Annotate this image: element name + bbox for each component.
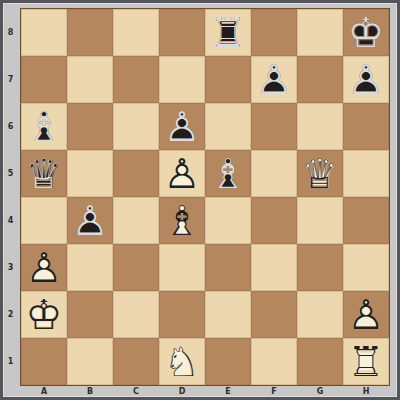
square-d6[interactable]: ♟♙ xyxy=(159,103,205,150)
square-b5[interactable] xyxy=(67,150,113,197)
square-d5[interactable]: ♟♙ xyxy=(159,150,205,197)
white-bishop[interactable]: ♝♗ xyxy=(159,197,205,244)
square-g3[interactable] xyxy=(297,244,343,291)
square-h2[interactable]: ♟♙ xyxy=(343,291,389,338)
square-b3[interactable] xyxy=(67,244,113,291)
rank-label-5: 5 xyxy=(2,150,19,197)
file-label-h: H xyxy=(343,386,389,397)
piece-outline: ♖ xyxy=(343,338,389,385)
square-h5[interactable] xyxy=(343,150,389,197)
rank-label-3: 3 xyxy=(2,244,19,291)
square-f3[interactable] xyxy=(251,244,297,291)
square-c3[interactable] xyxy=(113,244,159,291)
square-e4[interactable] xyxy=(205,197,251,244)
file-label-b: B xyxy=(67,386,113,397)
piece-outline: ♙ xyxy=(251,56,297,103)
square-g7[interactable] xyxy=(297,56,343,103)
square-f2[interactable] xyxy=(251,291,297,338)
square-d4[interactable]: ♝♗ xyxy=(159,197,205,244)
white-knight[interactable]: ♞♘ xyxy=(159,338,205,385)
white-king[interactable]: ♚♔ xyxy=(21,291,67,338)
piece-outline: ♖ xyxy=(205,9,251,56)
piece-outline: ♔ xyxy=(21,291,67,338)
square-a3[interactable]: ♟♙ xyxy=(21,244,67,291)
piece-outline: ♙ xyxy=(159,103,205,150)
file-labels: ABCDEFGH xyxy=(21,386,389,397)
white-pawn[interactable]: ♟♙ xyxy=(21,244,67,291)
file-label-a: A xyxy=(21,386,67,397)
file-label-e: E xyxy=(205,386,251,397)
white-pawn[interactable]: ♟♙ xyxy=(159,150,205,197)
file-label-d: D xyxy=(159,386,205,397)
piece-outline: ♗ xyxy=(205,150,251,197)
square-f1[interactable] xyxy=(251,338,297,385)
square-h7[interactable]: ♟♙ xyxy=(343,56,389,103)
square-f4[interactable] xyxy=(251,197,297,244)
square-a4[interactable] xyxy=(21,197,67,244)
square-g6[interactable] xyxy=(297,103,343,150)
square-e2[interactable] xyxy=(205,291,251,338)
rank-label-4: 4 xyxy=(2,197,19,244)
square-g5[interactable]: ♛♕ xyxy=(297,150,343,197)
black-queen[interactable]: ♛♕ xyxy=(21,150,67,197)
square-c4[interactable] xyxy=(113,197,159,244)
piece-outline: ♙ xyxy=(343,291,389,338)
square-b1[interactable] xyxy=(67,338,113,385)
file-label-f: F xyxy=(251,386,297,397)
square-a1[interactable] xyxy=(21,338,67,385)
file-label-c: C xyxy=(113,386,159,397)
square-d7[interactable] xyxy=(159,56,205,103)
square-d8[interactable] xyxy=(159,9,205,56)
piece-outline: ♙ xyxy=(21,244,67,291)
square-e6[interactable] xyxy=(205,103,251,150)
rank-label-8: 8 xyxy=(2,9,19,56)
square-f8[interactable] xyxy=(251,9,297,56)
white-queen[interactable]: ♛♕ xyxy=(297,150,343,197)
piece-outline: ♕ xyxy=(297,150,343,197)
chess-board-screenshot: 87654321 ♜♖♚♔♟♙♟♙♝♗♟♙♛♕♟♙♝♗♛♕♟♙♝♗♟♙♚♔♟♙♞… xyxy=(0,0,400,400)
square-e8[interactable]: ♜♖ xyxy=(205,9,251,56)
square-a5[interactable]: ♛♕ xyxy=(21,150,67,197)
square-h4[interactable] xyxy=(343,197,389,244)
square-a8[interactable] xyxy=(21,9,67,56)
square-e3[interactable] xyxy=(205,244,251,291)
square-c1[interactable] xyxy=(113,338,159,385)
square-f7[interactable]: ♟♙ xyxy=(251,56,297,103)
square-b2[interactable] xyxy=(67,291,113,338)
square-g8[interactable] xyxy=(297,9,343,56)
square-h8[interactable]: ♚♔ xyxy=(343,9,389,56)
piece-outline: ♕ xyxy=(21,150,67,197)
piece-outline: ♗ xyxy=(21,103,67,150)
black-pawn[interactable]: ♟♙ xyxy=(67,197,113,244)
black-bishop[interactable]: ♝♗ xyxy=(21,103,67,150)
board: ♜♖♚♔♟♙♟♙♝♗♟♙♛♕♟♙♝♗♛♕♟♙♝♗♟♙♚♔♟♙♞♘♜♖ xyxy=(20,8,390,386)
square-b7[interactable] xyxy=(67,56,113,103)
black-rook[interactable]: ♜♖ xyxy=(205,9,251,56)
rank-label-7: 7 xyxy=(2,56,19,103)
black-bishop[interactable]: ♝♗ xyxy=(205,150,251,197)
square-g1[interactable] xyxy=(297,338,343,385)
square-c8[interactable] xyxy=(113,9,159,56)
square-b8[interactable] xyxy=(67,9,113,56)
square-a6[interactable]: ♝♗ xyxy=(21,103,67,150)
square-b4[interactable]: ♟♙ xyxy=(67,197,113,244)
square-e1[interactable] xyxy=(205,338,251,385)
piece-outline: ♘ xyxy=(159,338,205,385)
piece-outline: ♙ xyxy=(343,56,389,103)
rank-label-1: 1 xyxy=(2,338,19,385)
piece-outline: ♗ xyxy=(159,197,205,244)
black-pawn[interactable]: ♟♙ xyxy=(159,103,205,150)
black-king[interactable]: ♚♔ xyxy=(343,9,389,56)
square-a7[interactable] xyxy=(21,56,67,103)
square-d2[interactable] xyxy=(159,291,205,338)
rank-labels: 87654321 xyxy=(2,9,19,385)
piece-outline: ♔ xyxy=(343,9,389,56)
square-g2[interactable] xyxy=(297,291,343,338)
rank-label-2: 2 xyxy=(2,291,19,338)
square-e5[interactable]: ♝♗ xyxy=(205,150,251,197)
square-b6[interactable] xyxy=(67,103,113,150)
square-d1[interactable]: ♞♘ xyxy=(159,338,205,385)
piece-outline: ♙ xyxy=(67,197,113,244)
square-d3[interactable] xyxy=(159,244,205,291)
square-f6[interactable] xyxy=(251,103,297,150)
black-pawn[interactable]: ♟♙ xyxy=(343,56,389,103)
white-rook[interactable]: ♜♖ xyxy=(343,338,389,385)
square-c2[interactable] xyxy=(113,291,159,338)
white-pawn[interactable]: ♟♙ xyxy=(343,291,389,338)
square-a2[interactable]: ♚♔ xyxy=(21,291,67,338)
square-h3[interactable] xyxy=(343,244,389,291)
piece-outline: ♙ xyxy=(159,150,205,197)
black-pawn[interactable]: ♟♙ xyxy=(251,56,297,103)
square-c7[interactable] xyxy=(113,56,159,103)
square-h6[interactable] xyxy=(343,103,389,150)
rank-label-6: 6 xyxy=(2,103,19,150)
square-e7[interactable] xyxy=(205,56,251,103)
square-g4[interactable] xyxy=(297,197,343,244)
square-h1[interactable]: ♜♖ xyxy=(343,338,389,385)
square-c6[interactable] xyxy=(113,103,159,150)
square-f5[interactable] xyxy=(251,150,297,197)
file-label-g: G xyxy=(297,386,343,397)
square-c5[interactable] xyxy=(113,150,159,197)
